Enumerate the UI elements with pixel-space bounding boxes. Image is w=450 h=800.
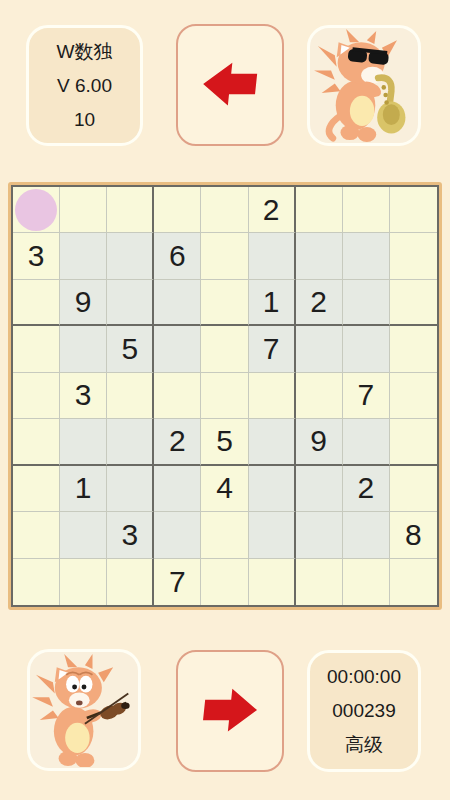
cell-r6c6[interactable] (249, 419, 296, 465)
given-digit: 2 (357, 471, 374, 505)
cell-r1c5[interactable] (201, 187, 248, 233)
cell-r4c8[interactable] (343, 326, 390, 372)
cell-r1c7[interactable] (296, 187, 343, 233)
cell-r9c5[interactable] (201, 559, 248, 605)
cell-r8c9[interactable]: 8 (390, 512, 437, 558)
given-digit: 8 (405, 518, 422, 552)
app-version: V 6.00 (57, 69, 112, 103)
given-digit: 5 (121, 332, 138, 366)
cell-r9c8[interactable] (343, 559, 390, 605)
cell-r1c8[interactable] (343, 187, 390, 233)
given-digit: 1 (263, 285, 280, 319)
cell-r7c2[interactable]: 1 (60, 466, 107, 512)
cell-r2c1[interactable]: 3 (13, 233, 60, 279)
cell-r9c3[interactable] (107, 559, 154, 605)
cell-r2c9[interactable] (390, 233, 437, 279)
cell-r1c4[interactable] (154, 187, 201, 233)
cell-r8c4[interactable] (154, 512, 201, 558)
cell-r4c7[interactable] (296, 326, 343, 372)
cell-r3c3[interactable] (107, 280, 154, 326)
cell-r8c1[interactable] (13, 512, 60, 558)
cat-saxophone-icon (311, 29, 417, 142)
cat-saxophone-button[interactable] (307, 25, 421, 146)
given-digit: 3 (28, 239, 45, 273)
cell-r2c8[interactable] (343, 233, 390, 279)
cell-r9c1[interactable] (13, 559, 60, 605)
cell-r2c7[interactable] (296, 233, 343, 279)
cell-r5c8[interactable]: 7 (343, 373, 390, 419)
app-screen: W数独 V 6.00 10 (0, 0, 450, 800)
cell-r7c7[interactable] (296, 466, 343, 512)
cell-r1c2[interactable] (60, 187, 107, 233)
cell-r6c4[interactable]: 2 (154, 419, 201, 465)
cell-r8c6[interactable] (249, 512, 296, 558)
cell-r2c2[interactable] (60, 233, 107, 279)
cell-r7c6[interactable] (249, 466, 296, 512)
cell-r4c4[interactable] (154, 326, 201, 372)
cell-r6c2[interactable] (60, 419, 107, 465)
given-digit: 2 (263, 193, 280, 227)
cell-r8c3[interactable]: 3 (107, 512, 154, 558)
cell-r2c5[interactable] (201, 233, 248, 279)
cell-r9c7[interactable] (296, 559, 343, 605)
cell-r6c3[interactable] (107, 419, 154, 465)
cell-r4c9[interactable] (390, 326, 437, 372)
cell-r2c3[interactable] (107, 233, 154, 279)
app-title: W数独 (57, 35, 113, 69)
next-button[interactable] (176, 650, 284, 772)
given-digit: 4 (216, 471, 233, 505)
cell-r7c5[interactable]: 4 (201, 466, 248, 512)
app-count: 10 (74, 103, 95, 137)
cell-r3c4[interactable] (154, 280, 201, 326)
cell-r9c9[interactable] (390, 559, 437, 605)
cell-r6c5[interactable]: 5 (201, 419, 248, 465)
left-arrow-icon (197, 59, 262, 111)
cell-r2c6[interactable] (249, 233, 296, 279)
cell-r3c5[interactable] (201, 280, 248, 326)
cell-r8c5[interactable] (201, 512, 248, 558)
difficulty-label: 高级 (345, 728, 383, 762)
given-digit: 6 (169, 239, 186, 273)
cell-r1c3[interactable] (107, 187, 154, 233)
cell-r5c5[interactable] (201, 373, 248, 419)
cell-r3c1[interactable] (13, 280, 60, 326)
cell-r7c4[interactable] (154, 466, 201, 512)
given-digit: 7 (169, 565, 186, 599)
given-digit: 7 (263, 332, 280, 366)
app-info-card: W数独 V 6.00 10 (26, 25, 143, 146)
given-digit: 3 (121, 518, 138, 552)
given-digit: 7 (357, 378, 374, 412)
cell-r5c9[interactable] (390, 373, 437, 419)
cell-r1c6[interactable]: 2 (249, 187, 296, 233)
cell-r3c8[interactable] (343, 280, 390, 326)
cell-r3c6[interactable]: 1 (249, 280, 296, 326)
cell-r4c1[interactable] (13, 326, 60, 372)
puzzle-counter: 000239 (332, 694, 395, 728)
cell-r4c5[interactable] (201, 326, 248, 372)
given-digit: 2 (310, 285, 327, 319)
cell-r8c8[interactable] (343, 512, 390, 558)
right-arrow-icon (197, 685, 262, 737)
cat-violin-icon (31, 654, 137, 767)
cell-r9c4[interactable]: 7 (154, 559, 201, 605)
prev-button[interactable] (176, 24, 284, 146)
cell-r3c7[interactable]: 2 (296, 280, 343, 326)
cell-r5c7[interactable] (296, 373, 343, 419)
cell-r6c9[interactable] (390, 419, 437, 465)
given-digit: 9 (310, 424, 327, 458)
cell-r1c1[interactable] (13, 187, 60, 233)
cell-r9c2[interactable] (60, 559, 107, 605)
cell-r5c4[interactable] (154, 373, 201, 419)
cell-r6c8[interactable] (343, 419, 390, 465)
timer-display: 00:00:00 (327, 660, 401, 694)
given-digit: 9 (75, 285, 92, 319)
cell-r5c2[interactable]: 3 (60, 373, 107, 419)
cell-r3c9[interactable] (390, 280, 437, 326)
cell-r4c3[interactable]: 5 (107, 326, 154, 372)
given-digit: 1 (75, 471, 92, 505)
cell-r7c1[interactable] (13, 466, 60, 512)
cell-r8c7[interactable] (296, 512, 343, 558)
cell-r7c8[interactable]: 2 (343, 466, 390, 512)
cell-r6c1[interactable] (13, 419, 60, 465)
status-card: 00:00:00 000239 高级 (307, 650, 421, 772)
cell-r8c2[interactable] (60, 512, 107, 558)
cat-violin-button[interactable] (27, 649, 141, 771)
cell-r4c6[interactable]: 7 (249, 326, 296, 372)
selected-cell-highlight (15, 189, 57, 231)
cell-r1c9[interactable] (390, 187, 437, 233)
given-digit: 2 (169, 424, 186, 458)
cell-r7c3[interactable] (107, 466, 154, 512)
cell-r5c6[interactable] (249, 373, 296, 419)
cell-r5c3[interactable] (107, 373, 154, 419)
cell-r4c2[interactable] (60, 326, 107, 372)
cell-r5c1[interactable] (13, 373, 60, 419)
sudoku-board: 2369125737259142387 (11, 185, 439, 607)
cell-r3c2[interactable]: 9 (60, 280, 107, 326)
cell-r2c4[interactable]: 6 (154, 233, 201, 279)
given-digit: 3 (75, 378, 92, 412)
cell-r9c6[interactable] (249, 559, 296, 605)
cell-r6c7[interactable]: 9 (296, 419, 343, 465)
cell-r7c9[interactable] (390, 466, 437, 512)
given-digit: 5 (216, 424, 233, 458)
